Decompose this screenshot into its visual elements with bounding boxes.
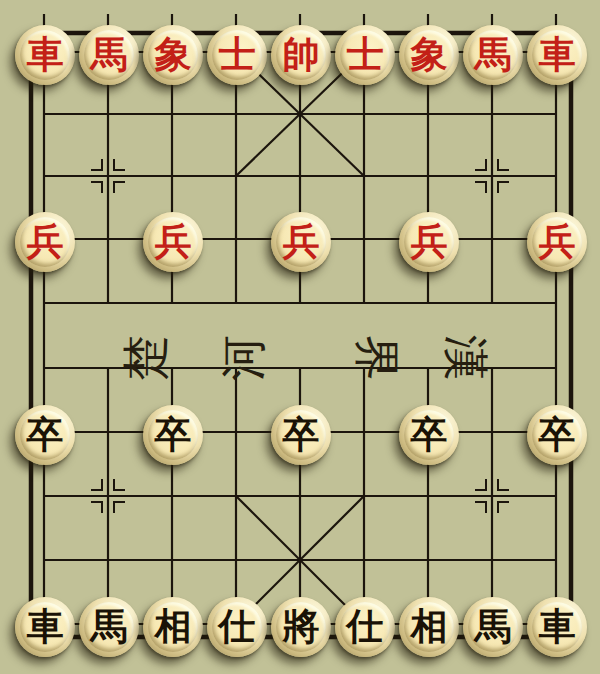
piece-glyph: 車 bbox=[539, 36, 576, 73]
piece-glyph: 車 bbox=[27, 36, 64, 73]
piece-glyph: 帥 bbox=[283, 36, 320, 73]
piece-glyph: 馬 bbox=[475, 36, 512, 73]
river-char: 河 bbox=[220, 335, 266, 381]
piece-red-elephant[interactable]: 象 bbox=[143, 25, 203, 85]
piece-black-soldier[interactable]: 卒 bbox=[271, 405, 331, 465]
piece-glyph: 卒 bbox=[27, 416, 64, 453]
piece-red-soldier[interactable]: 兵 bbox=[143, 212, 203, 272]
piece-red-chariot[interactable]: 車 bbox=[15, 25, 75, 85]
piece-glyph: 馬 bbox=[91, 36, 128, 73]
piece-glyph: 兵 bbox=[155, 223, 192, 260]
piece-glyph: 士 bbox=[347, 36, 384, 73]
piece-red-soldier[interactable]: 兵 bbox=[15, 212, 75, 272]
piece-glyph: 相 bbox=[411, 608, 448, 645]
piece-glyph: 兵 bbox=[283, 223, 320, 260]
piece-black-soldier[interactable]: 卒 bbox=[527, 405, 587, 465]
piece-black-general[interactable]: 將 bbox=[271, 597, 331, 657]
river-char: 漢 bbox=[443, 335, 489, 381]
piece-black-horse[interactable]: 馬 bbox=[463, 597, 523, 657]
piece-black-chariot[interactable]: 車 bbox=[15, 597, 75, 657]
piece-glyph: 士 bbox=[219, 36, 256, 73]
piece-red-chariot[interactable]: 車 bbox=[527, 25, 587, 85]
piece-glyph: 仕 bbox=[219, 608, 256, 645]
piece-glyph: 馬 bbox=[91, 608, 128, 645]
piece-glyph: 兵 bbox=[411, 223, 448, 260]
piece-red-soldier[interactable]: 兵 bbox=[399, 212, 459, 272]
xiangqi-board: 楚河界漢 車馬象士帥士象馬車兵兵兵兵兵卒卒卒卒卒車馬相仕將仕相馬車 bbox=[0, 0, 600, 674]
piece-glyph: 象 bbox=[411, 36, 448, 73]
piece-red-advisor[interactable]: 士 bbox=[207, 25, 267, 85]
piece-glyph: 象 bbox=[155, 36, 192, 73]
piece-glyph: 車 bbox=[27, 608, 64, 645]
piece-glyph: 兵 bbox=[27, 223, 64, 260]
piece-glyph: 卒 bbox=[155, 416, 192, 453]
piece-red-advisor[interactable]: 士 bbox=[335, 25, 395, 85]
river-char: 界 bbox=[354, 335, 400, 381]
piece-glyph: 相 bbox=[155, 608, 192, 645]
board-grid bbox=[0, 0, 600, 674]
piece-glyph: 馬 bbox=[475, 608, 512, 645]
piece-glyph: 卒 bbox=[411, 416, 448, 453]
piece-red-horse[interactable]: 馬 bbox=[463, 25, 523, 85]
piece-black-elephant[interactable]: 相 bbox=[143, 597, 203, 657]
piece-red-elephant[interactable]: 象 bbox=[399, 25, 459, 85]
piece-red-soldier[interactable]: 兵 bbox=[527, 212, 587, 272]
river-char: 楚 bbox=[122, 335, 168, 381]
piece-black-elephant[interactable]: 相 bbox=[399, 597, 459, 657]
piece-black-chariot[interactable]: 車 bbox=[527, 597, 587, 657]
piece-black-soldier[interactable]: 卒 bbox=[15, 405, 75, 465]
piece-red-soldier[interactable]: 兵 bbox=[271, 212, 331, 272]
piece-black-soldier[interactable]: 卒 bbox=[143, 405, 203, 465]
piece-glyph: 車 bbox=[539, 608, 576, 645]
piece-glyph: 卒 bbox=[539, 416, 576, 453]
piece-black-horse[interactable]: 馬 bbox=[79, 597, 139, 657]
piece-black-soldier[interactable]: 卒 bbox=[399, 405, 459, 465]
piece-glyph: 仕 bbox=[347, 608, 384, 645]
piece-red-horse[interactable]: 馬 bbox=[79, 25, 139, 85]
piece-glyph: 卒 bbox=[283, 416, 320, 453]
piece-glyph: 將 bbox=[283, 608, 320, 645]
piece-glyph: 兵 bbox=[539, 223, 576, 260]
piece-black-advisor[interactable]: 仕 bbox=[335, 597, 395, 657]
piece-red-general[interactable]: 帥 bbox=[271, 25, 331, 85]
piece-black-advisor[interactable]: 仕 bbox=[207, 597, 267, 657]
